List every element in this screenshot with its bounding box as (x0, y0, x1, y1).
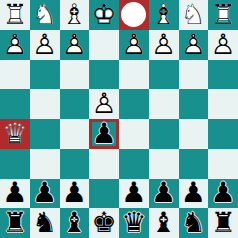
square-b7[interactable]: ♟ (179, 179, 209, 209)
square-d5[interactable] (119, 119, 149, 149)
piece-black-bishop: ♝ (149, 208, 179, 238)
piece-black-pawn: ♟ (0, 179, 30, 209)
piece-black-pawn: ♟ (60, 179, 90, 209)
piece-white-knight: ♞♘ (30, 0, 60, 30)
piece-black-pawn: ♟ (89, 119, 119, 149)
piece-glyph-outline: ♙ (119, 30, 149, 60)
piece-black-king: ♚ (89, 208, 119, 238)
piece-glyph-outline: ♗ (60, 0, 90, 30)
piece-glyph-fill: ♟ (89, 119, 119, 149)
square-h3[interactable] (0, 60, 30, 90)
piece-black-knight: ♞ (30, 208, 60, 238)
piece-glyph-fill: ♚ (89, 208, 119, 238)
piece-glyph-outline: ♙ (0, 30, 30, 60)
square-a3[interactable] (208, 60, 238, 90)
square-b5[interactable] (179, 119, 209, 149)
square-b4[interactable] (179, 89, 209, 119)
piece-glyph-fill: ♟ (30, 179, 60, 209)
square-e1[interactable]: ♚♔ (89, 0, 119, 30)
square-c3[interactable] (149, 60, 179, 90)
piece-white-pawn: ♟♙ (30, 30, 60, 60)
piece-glyph-fill: ♛ (119, 208, 149, 238)
square-c1[interactable]: ♝♗ (149, 0, 179, 30)
square-b6[interactable] (179, 149, 209, 179)
square-g2[interactable]: ♟♙ (30, 30, 60, 60)
square-b8[interactable]: ♞ (179, 208, 209, 238)
square-g8[interactable]: ♞ (30, 208, 60, 238)
square-f2[interactable]: ♟♙ (60, 30, 90, 60)
square-a5[interactable] (208, 119, 238, 149)
piece-white-pawn: ♟♙ (89, 89, 119, 119)
piece-white-pawn: ♟♙ (179, 30, 209, 60)
piece-glyph-fill: ♜ (208, 208, 238, 238)
piece-white-pawn: ♟♙ (0, 30, 30, 60)
square-f1[interactable]: ♝♗ (60, 0, 90, 30)
square-f6[interactable] (60, 149, 90, 179)
piece-glyph-fill: ♝ (149, 208, 179, 238)
piece-black-rook: ♜ (0, 208, 30, 238)
piece-glyph-outline: ♙ (89, 89, 119, 119)
square-g4[interactable] (30, 89, 60, 119)
piece-black-pawn: ♟ (149, 179, 179, 209)
square-c5[interactable] (149, 119, 179, 149)
piece-glyph-fill: ♟ (208, 179, 238, 209)
square-d7[interactable]: ♟ (119, 179, 149, 209)
piece-black-rook: ♜ (208, 208, 238, 238)
piece-white-rook: ♜♖ (0, 0, 30, 30)
piece-glyph-outline: ♖ (0, 0, 30, 30)
piece-glyph-outline: ♙ (60, 30, 90, 60)
square-b2[interactable]: ♟♙ (179, 30, 209, 60)
square-h2[interactable]: ♟♙ (0, 30, 30, 60)
square-f7[interactable]: ♟ (60, 179, 90, 209)
piece-glyph-outline: ♙ (179, 30, 209, 60)
piece-white-pawn: ♟♙ (149, 30, 179, 60)
square-d2[interactable]: ♟♙ (119, 30, 149, 60)
piece-glyph-outline: ♙ (30, 30, 60, 60)
square-c7[interactable]: ♟ (149, 179, 179, 209)
square-g1[interactable]: ♞♘ (30, 0, 60, 30)
square-a1[interactable]: ♜♖ (208, 0, 238, 30)
piece-white-knight: ♞♘ (179, 0, 209, 30)
square-f8[interactable]: ♝ (60, 208, 90, 238)
piece-black-pawn: ♟ (208, 179, 238, 209)
square-h7[interactable]: ♟ (0, 179, 30, 209)
piece-glyph-fill: ♟ (60, 179, 90, 209)
piece-glyph-outline: ♕ (0, 119, 30, 149)
piece-glyph-fill: ♜ (0, 208, 30, 238)
square-b3[interactable] (179, 60, 209, 90)
square-a2[interactable]: ♟♙ (208, 30, 238, 60)
square-h5[interactable]: ♛♕ (0, 119, 30, 149)
piece-white-bishop: ♝♗ (149, 0, 179, 30)
piece-black-pawn: ♟ (179, 179, 209, 209)
square-a6[interactable] (208, 149, 238, 179)
square-h1[interactable]: ♜♖ (0, 0, 30, 30)
square-g5[interactable] (30, 119, 60, 149)
square-a8[interactable]: ♜ (208, 208, 238, 238)
piece-black-knight: ♞ (179, 208, 209, 238)
chess-board: ♜♖♞♘♝♗♚♔♝♗♞♘♜♖♟♙♟♙♟♙♟♙♟♙♟♙♟♙♟♙♛♕♟♟♟♟♟♟♟♟… (0, 0, 238, 238)
piece-glyph-fill: ♟ (0, 179, 30, 209)
square-g6[interactable] (30, 149, 60, 179)
piece-glyph-outline: ♘ (30, 0, 60, 30)
square-b1[interactable]: ♞♘ (179, 0, 209, 30)
piece-glyph-outline: ♙ (208, 30, 238, 60)
square-c2[interactable]: ♟♙ (149, 30, 179, 60)
square-d8[interactable]: ♛ (119, 208, 149, 238)
square-d1[interactable] (119, 0, 149, 30)
square-h8[interactable]: ♜ (0, 208, 30, 238)
piece-glyph-fill: ♝ (60, 208, 90, 238)
piece-white-rook: ♜♖ (208, 0, 238, 30)
square-h4[interactable] (0, 89, 30, 119)
piece-white-pawn: ♟♙ (208, 30, 238, 60)
square-f3[interactable] (60, 60, 90, 90)
piece-glyph-fill: ♞ (179, 208, 209, 238)
square-e7[interactable] (89, 179, 119, 209)
piece-white-queen: ♛♕ (0, 119, 30, 149)
square-e8[interactable]: ♚ (89, 208, 119, 238)
square-a7[interactable]: ♟ (208, 179, 238, 209)
square-h6[interactable] (0, 149, 30, 179)
piece-black-pawn: ♟ (30, 179, 60, 209)
piece-white-bishop: ♝♗ (60, 0, 90, 30)
piece-black-queen: ♛ (119, 208, 149, 238)
move-origin-disc-icon (121, 2, 146, 27)
square-c4[interactable] (149, 89, 179, 119)
square-g3[interactable] (30, 60, 60, 90)
piece-glyph-outline: ♔ (89, 0, 119, 30)
square-e2[interactable] (89, 30, 119, 60)
square-e3[interactable] (89, 60, 119, 90)
piece-glyph-fill: ♟ (149, 179, 179, 209)
square-c6[interactable] (149, 149, 179, 179)
piece-glyph-fill: ♟ (179, 179, 209, 209)
square-e5[interactable]: ♟ (89, 119, 119, 149)
piece-glyph-fill: ♟ (119, 179, 149, 209)
piece-glyph-outline: ♘ (179, 0, 209, 30)
piece-glyph-outline: ♙ (149, 30, 179, 60)
square-a4[interactable] (208, 89, 238, 119)
square-f5[interactable] (60, 119, 90, 149)
square-e6[interactable] (89, 149, 119, 179)
square-d4[interactable] (119, 89, 149, 119)
square-d3[interactable] (119, 60, 149, 90)
piece-black-pawn: ♟ (119, 179, 149, 209)
piece-white-pawn: ♟♙ (60, 30, 90, 60)
square-g7[interactable]: ♟ (30, 179, 60, 209)
piece-glyph-outline: ♖ (208, 0, 238, 30)
square-e4[interactable]: ♟♙ (89, 89, 119, 119)
piece-glyph-outline: ♗ (149, 0, 179, 30)
piece-white-king: ♚♔ (89, 0, 119, 30)
square-d6[interactable] (119, 149, 149, 179)
square-c8[interactable]: ♝ (149, 208, 179, 238)
piece-white-pawn: ♟♙ (119, 30, 149, 60)
piece-glyph-fill: ♞ (30, 208, 60, 238)
piece-black-bishop: ♝ (60, 208, 90, 238)
square-f4[interactable] (60, 89, 90, 119)
